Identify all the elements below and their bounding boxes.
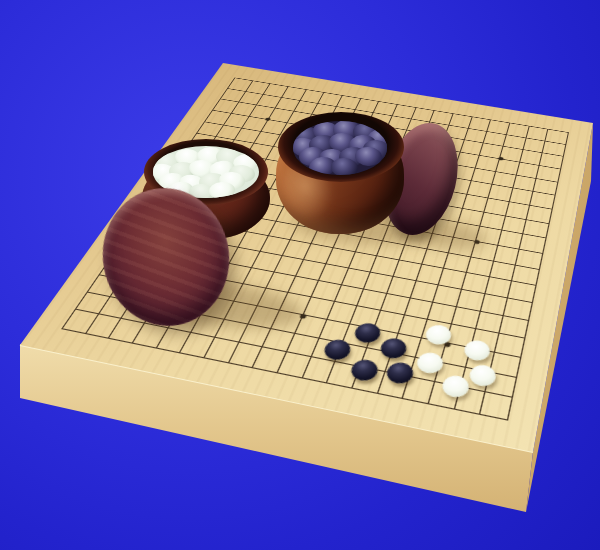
black-stone [384, 360, 416, 386]
white-stone [439, 374, 470, 400]
black-stones-heap [293, 121, 387, 175]
black-stone [349, 357, 382, 382]
black-stone [321, 338, 353, 362]
product-photo-scene [0, 0, 600, 550]
white-stone [462, 338, 492, 362]
white-stone [468, 363, 499, 388]
black-stone [377, 336, 408, 360]
black-stone-bowl [276, 104, 406, 236]
black-stone [352, 321, 383, 345]
white-stone [414, 351, 445, 376]
white-stone [423, 323, 453, 347]
